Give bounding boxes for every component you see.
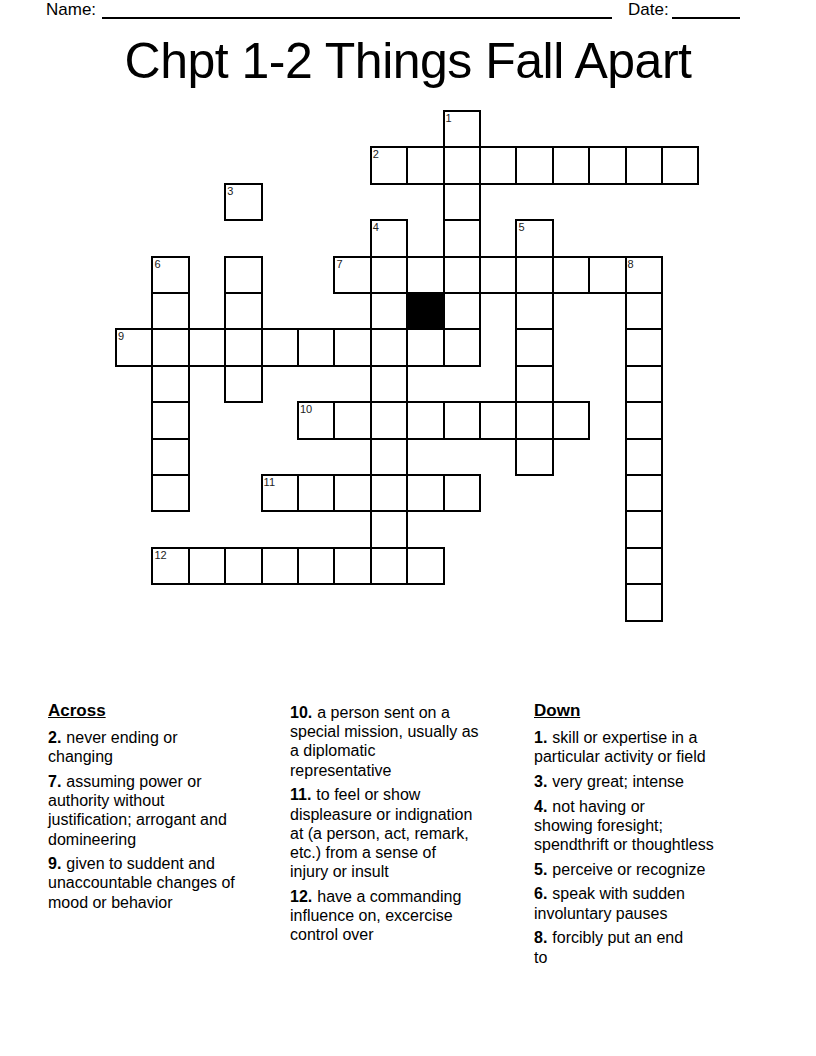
clue-text: skill or expertise in a particular activ… — [534, 729, 706, 765]
grid-cell-r6c4[interactable] — [261, 328, 299, 366]
cell-number-11: 11 — [264, 476, 275, 489]
grid-cell-r1c13[interactable] — [588, 146, 626, 184]
grid-cell-r1c8[interactable] — [406, 146, 444, 184]
clue-item-across-7: 7.assuming power or authority without ju… — [48, 772, 284, 849]
clue-item-across-11: 11.to feel or show displeasure or indign… — [290, 785, 536, 881]
name-write-in-line[interactable] — [102, 0, 612, 19]
grid-cell-r5c1[interactable] — [151, 292, 189, 330]
grid-cell-r12c3[interactable] — [224, 547, 262, 585]
grid-cell-r7c1[interactable] — [151, 365, 189, 403]
clue-text: to feel or show displeasure or indignati… — [290, 786, 472, 880]
grid-cell-r12c7[interactable] — [370, 547, 408, 585]
grid-cell-r8c5[interactable]: 10 — [297, 401, 335, 439]
grid-cell-r5c7[interactable] — [370, 292, 408, 330]
grid-cell-r4c10[interactable] — [479, 256, 517, 294]
grid-cell-r8c6[interactable] — [333, 401, 371, 439]
grid-cell-r12c2[interactable] — [188, 547, 226, 585]
grid-cell-r6c1[interactable] — [151, 328, 189, 366]
grid-cell-r7c7[interactable] — [370, 365, 408, 403]
down-clues-column: Down 1.skill or expertise in a particula… — [534, 701, 770, 972]
clue-number-label: 4. — [534, 798, 547, 815]
grid-cell-r5c9[interactable] — [443, 292, 481, 330]
grid-cell-r10c14[interactable] — [625, 474, 663, 512]
clue-text: not having or showing foresight; spendth… — [534, 798, 714, 853]
grid-cell-r4c14[interactable]: 8 — [625, 256, 663, 294]
clue-text: speak with sudden involuntary pauses — [534, 885, 685, 921]
grid-cell-r6c7[interactable] — [370, 328, 408, 366]
grid-cell-r4c1[interactable]: 6 — [151, 256, 189, 294]
clue-number-label: 3. — [534, 773, 547, 790]
grid-cell-r10c5[interactable] — [297, 474, 335, 512]
grid-cell-r9c14[interactable] — [625, 438, 663, 476]
clue-number-label: 9. — [48, 855, 61, 872]
clue-item-down-3: 3.very great; intense — [534, 772, 770, 791]
clue-item-across-9: 9.given to suddent and unaccountable cha… — [48, 854, 284, 912]
grid-cell-r10c1[interactable] — [151, 474, 189, 512]
grid-cell-r6c3[interactable] — [224, 328, 262, 366]
grid-cell-r4c6[interactable]: 7 — [333, 256, 371, 294]
grid-cell-r8c11[interactable] — [515, 401, 553, 439]
grid-cell-r8c10[interactable] — [479, 401, 517, 439]
cell-number-2: 2 — [373, 148, 379, 161]
clue-number-label: 8. — [534, 929, 547, 946]
grid-cell-r4c13[interactable] — [588, 256, 626, 294]
page-title: Chpt 1-2 Things Fall Apart — [0, 33, 816, 91]
grid-cell-r12c1[interactable]: 12 — [151, 547, 189, 585]
grid-cell-r3c9[interactable] — [443, 219, 481, 257]
cell-number-1: 1 — [446, 112, 452, 125]
crossword-grid: 123456789101112 — [115, 110, 699, 621]
clue-item-down-5: 5.perceive or recognize — [534, 860, 770, 879]
grid-cell-r0c9[interactable]: 1 — [443, 110, 481, 148]
cell-number-12: 12 — [154, 549, 166, 562]
across-clues-column: Across 2.never ending or changing7.assum… — [48, 701, 284, 917]
grid-cell-r8c7[interactable] — [370, 401, 408, 439]
cell-number-10: 10 — [300, 403, 312, 416]
grid-cell-r8c9[interactable] — [443, 401, 481, 439]
clue-item-down-4: 4.not having or showing foresight; spend… — [534, 797, 770, 855]
clue-text: have a commanding influence on, excercis… — [290, 888, 461, 943]
grid-cell-r6c8[interactable] — [406, 328, 444, 366]
grid-cell-r10c7[interactable] — [370, 474, 408, 512]
grid-cell-r4c7[interactable] — [370, 256, 408, 294]
grid-cell-r4c9[interactable] — [443, 256, 481, 294]
grid-cell-r6c11[interactable] — [515, 328, 553, 366]
clue-number-label: 10. — [290, 704, 312, 721]
across-clues-column-continued: 10.a person sent on a special mission, u… — [290, 701, 536, 950]
grid-cell-r8c12[interactable] — [552, 401, 590, 439]
clue-item-down-8: 8.forcibly put an end to — [534, 928, 770, 966]
grid-cell-r12c14[interactable] — [625, 547, 663, 585]
cell-number-4: 4 — [373, 221, 379, 234]
grid-cell-r12c5[interactable] — [297, 547, 335, 585]
grid-cell-r5c3[interactable] — [224, 292, 262, 330]
grid-cell-r6c5[interactable] — [297, 328, 335, 366]
clue-item-down-1: 1.skill or expertise in a particular act… — [534, 728, 770, 766]
grid-cell-r3c11[interactable]: 5 — [515, 219, 553, 257]
grid-cell-r9c11[interactable] — [515, 438, 553, 476]
grid-cell-r7c3[interactable] — [224, 365, 262, 403]
grid-cell-r8c14[interactable] — [625, 401, 663, 439]
grid-cell-r1c7[interactable]: 2 — [370, 146, 408, 184]
grid-cell-r1c14[interactable] — [625, 146, 663, 184]
clue-number-label: 12. — [290, 888, 312, 905]
clue-item-across-2: 2.never ending or changing — [48, 728, 284, 766]
grid-cell-r4c11[interactable] — [515, 256, 553, 294]
grid-cell-r1c10[interactable] — [479, 146, 517, 184]
grid-cell-r3c7[interactable]: 4 — [370, 219, 408, 257]
grid-cell-r9c7[interactable] — [370, 438, 408, 476]
cell-number-7: 7 — [336, 258, 342, 271]
grid-cell-r10c9[interactable] — [443, 474, 481, 512]
down-heading: Down — [534, 701, 770, 720]
clue-text: forcibly put an end to — [534, 929, 683, 965]
grid-cell-r6c9[interactable] — [443, 328, 481, 366]
grid-cell-r8c8[interactable] — [406, 401, 444, 439]
blocked-cell — [406, 292, 444, 330]
grid-cell-r10c6[interactable] — [333, 474, 371, 512]
grid-cell-r8c1[interactable] — [151, 401, 189, 439]
cell-number-3: 3 — [227, 185, 233, 198]
clue-text: perceive or recognize — [552, 861, 705, 878]
grid-cell-r5c14[interactable] — [625, 292, 663, 330]
clue-item-across-12: 12.have a commanding influence on, excer… — [290, 887, 536, 945]
grid-cell-r6c14[interactable] — [625, 328, 663, 366]
grid-cell-r2c9[interactable] — [443, 183, 481, 221]
grid-cell-r4c12[interactable] — [552, 256, 590, 294]
grid-cell-r9c1[interactable] — [151, 438, 189, 476]
cell-number-5: 5 — [518, 221, 524, 234]
grid-cell-r4c8[interactable] — [406, 256, 444, 294]
clue-number-label: 1. — [534, 729, 547, 746]
grid-cell-r1c15[interactable] — [661, 146, 699, 184]
clue-text: given to suddent and unaccountable chang… — [48, 855, 235, 910]
clue-number-label: 6. — [534, 885, 547, 902]
grid-cell-r5c11[interactable] — [515, 292, 553, 330]
grid-cell-r11c7[interactable] — [370, 510, 408, 548]
grid-cell-r12c8[interactable] — [406, 547, 444, 585]
clue-text: never ending or changing — [48, 729, 178, 765]
grid-cell-r6c2[interactable] — [188, 328, 226, 366]
clue-item-down-6: 6.speak with sudden involuntary pauses — [534, 884, 770, 922]
grid-cell-r7c11[interactable] — [515, 365, 553, 403]
across-heading: Across — [48, 701, 284, 720]
name-label: Name: — [46, 0, 96, 20]
grid-cell-r6c6[interactable] — [333, 328, 371, 366]
clue-number-label: 7. — [48, 773, 61, 790]
clue-text: very great; intense — [552, 773, 684, 790]
grid-cell-r11c14[interactable] — [625, 510, 663, 548]
grid-cell-r12c4[interactable] — [261, 547, 299, 585]
clue-number-label: 2. — [48, 729, 61, 746]
date-write-in-line[interactable] — [672, 0, 740, 19]
date-label: Date: — [628, 0, 669, 20]
grid-cell-r12c6[interactable] — [333, 547, 371, 585]
grid-cell-r7c14[interactable] — [625, 365, 663, 403]
grid-cell-r4c3[interactable] — [224, 256, 262, 294]
grid-cell-r6c0[interactable]: 9 — [115, 328, 153, 366]
grid-cell-r1c11[interactable] — [515, 146, 553, 184]
clue-item-across-10: 10.a person sent on a special mission, u… — [290, 703, 536, 780]
grid-cell-r1c12[interactable] — [552, 146, 590, 184]
cell-number-9: 9 — [118, 330, 124, 343]
grid-cell-r2c3[interactable]: 3 — [224, 183, 262, 221]
clue-text: a person sent on a special mission, usua… — [290, 704, 479, 779]
grid-cell-r1c9[interactable] — [443, 146, 481, 184]
clue-text: assuming power or authority without just… — [48, 773, 227, 848]
grid-cell-r13c14[interactable] — [625, 583, 663, 621]
cell-number-6: 6 — [154, 258, 160, 271]
grid-cell-r10c4[interactable]: 11 — [261, 474, 299, 512]
cell-number-8: 8 — [628, 258, 634, 271]
grid-cell-r10c8[interactable] — [406, 474, 444, 512]
clue-number-label: 11. — [290, 786, 311, 803]
clue-number-label: 5. — [534, 861, 547, 878]
